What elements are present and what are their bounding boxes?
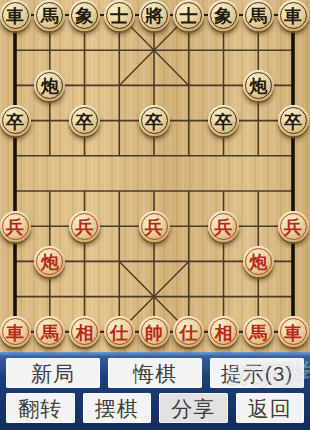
piece-glyph: 炮 xyxy=(41,77,59,95)
piece-red-advisor[interactable]: 仕 xyxy=(104,316,135,347)
piece-black-chariot[interactable]: 車 xyxy=(0,0,31,31)
piece-glyph: 兵 xyxy=(215,218,233,236)
piece-glyph: 車 xyxy=(284,7,302,25)
piece-black-chariot[interactable]: 車 xyxy=(278,0,309,31)
piece-glyph: 仕 xyxy=(110,323,128,341)
piece-glyph: 卒 xyxy=(76,112,94,130)
piece-black-soldier[interactable]: 卒 xyxy=(0,105,31,136)
piece-black-horse[interactable]: 馬 xyxy=(243,0,274,31)
piece-glyph: 相 xyxy=(215,323,233,341)
piece-red-chariot[interactable]: 車 xyxy=(0,316,31,347)
piece-black-cannon[interactable]: 炮 xyxy=(34,70,65,101)
piece-red-horse[interactable]: 馬 xyxy=(243,316,274,347)
piece-glyph: 兵 xyxy=(284,218,302,236)
piece-black-elephant[interactable]: 象 xyxy=(208,0,239,31)
button-share[interactable]: 分享 xyxy=(159,393,228,423)
button-new-game[interactable]: 新局 xyxy=(6,358,100,388)
button-flip[interactable]: 翻转 xyxy=(6,393,75,423)
piece-glyph: 炮 xyxy=(41,253,59,271)
piece-red-cannon[interactable]: 炮 xyxy=(243,246,274,277)
piece-black-soldier[interactable]: 卒 xyxy=(278,105,309,136)
piece-glyph: 相 xyxy=(76,323,94,341)
piece-glyph: 馬 xyxy=(249,323,267,341)
piece-glyph: 馬 xyxy=(41,323,59,341)
piece-black-soldier[interactable]: 卒 xyxy=(139,105,170,136)
piece-glyph: 馬 xyxy=(249,7,267,25)
piece-glyph: 卒 xyxy=(215,112,233,130)
piece-glyph: 兵 xyxy=(6,218,24,236)
piece-glyph: 士 xyxy=(110,7,128,25)
piece-glyph: 兵 xyxy=(76,218,94,236)
piece-glyph: 將 xyxy=(145,7,163,25)
piece-red-soldier[interactable]: 兵 xyxy=(139,211,170,242)
piece-glyph: 帥 xyxy=(145,323,163,341)
button-row-1: 新局悔棋提示(3) xyxy=(6,358,304,388)
piece-glyph: 炮 xyxy=(249,253,267,271)
piece-red-soldier[interactable]: 兵 xyxy=(278,211,309,242)
board-grid xyxy=(0,0,310,352)
piece-black-elephant[interactable]: 象 xyxy=(69,0,100,31)
piece-red-chariot[interactable]: 車 xyxy=(278,316,309,347)
piece-red-soldier[interactable]: 兵 xyxy=(69,211,100,242)
piece-black-advisor[interactable]: 士 xyxy=(173,0,204,31)
piece-glyph: 兵 xyxy=(145,218,163,236)
piece-glyph: 象 xyxy=(215,7,233,25)
piece-glyph: 馬 xyxy=(41,7,59,25)
piece-glyph: 卒 xyxy=(145,112,163,130)
piece-glyph: 車 xyxy=(6,323,24,341)
piece-glyph: 仕 xyxy=(180,323,198,341)
piece-glyph: 炮 xyxy=(249,77,267,95)
xiangqi-board[interactable]: 車馬象士將士象馬車炮炮卒卒卒卒卒兵兵兵兵兵炮炮車馬相仕帥仕相馬車 xyxy=(0,0,310,352)
piece-black-soldier[interactable]: 卒 xyxy=(69,105,100,136)
piece-black-advisor[interactable]: 士 xyxy=(104,0,135,31)
control-bar: 新局悔棋提示(3) 翻转摆棋分享返回 xyxy=(0,352,310,430)
piece-glyph: 士 xyxy=(180,7,198,25)
piece-red-soldier[interactable]: 兵 xyxy=(0,211,31,242)
button-undo[interactable]: 悔棋 xyxy=(108,358,202,388)
piece-glyph: 卒 xyxy=(6,112,24,130)
piece-glyph: 車 xyxy=(284,323,302,341)
piece-red-cannon[interactable]: 炮 xyxy=(34,246,65,277)
piece-glyph: 象 xyxy=(76,7,94,25)
button-row-2: 翻转摆棋分享返回 xyxy=(6,393,304,423)
piece-red-soldier[interactable]: 兵 xyxy=(208,211,239,242)
piece-black-soldier[interactable]: 卒 xyxy=(208,105,239,136)
piece-black-horse[interactable]: 馬 xyxy=(34,0,65,31)
xiangqi-app: 車馬象士將士象馬車炮炮卒卒卒卒卒兵兵兵兵兵炮炮車馬相仕帥仕相馬車 97玩游 新局… xyxy=(0,0,310,430)
piece-glyph: 卒 xyxy=(284,112,302,130)
piece-black-cannon[interactable]: 炮 xyxy=(243,70,274,101)
button-setup[interactable]: 摆棋 xyxy=(83,393,152,423)
piece-glyph: 車 xyxy=(6,7,24,25)
piece-red-general[interactable]: 帥 xyxy=(139,316,170,347)
button-hint[interactable]: 提示(3) xyxy=(210,358,304,388)
piece-black-general[interactable]: 將 xyxy=(139,0,170,31)
button-back[interactable]: 返回 xyxy=(236,393,305,423)
